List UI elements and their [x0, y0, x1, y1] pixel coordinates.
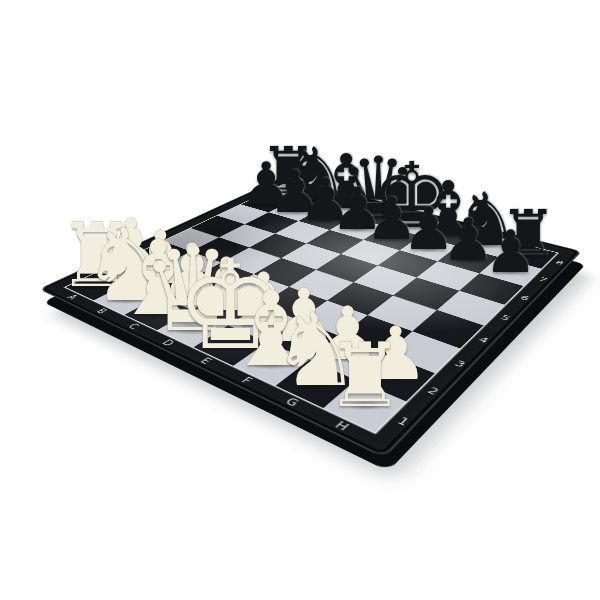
- rank-label-7: 7: [537, 277, 548, 283]
- rank-label-8: 8: [554, 260, 565, 266]
- chessboard: ABCDEFGH 12345678: [39, 177, 582, 458]
- rank-label-5: 5: [499, 315, 512, 323]
- board-grid: [65, 184, 558, 433]
- file-label-e: E: [197, 357, 212, 366]
- file-label-b: B: [94, 308, 108, 315]
- file-label-d: D: [159, 339, 175, 348]
- file-label-g: G: [282, 397, 300, 408]
- rank-label-4: 4: [476, 336, 489, 344]
- rank-label-6: 6: [519, 295, 531, 302]
- rank-label-3: 3: [452, 360, 466, 369]
- rank-label-2: 2: [425, 387, 440, 397]
- playing-area: [65, 184, 558, 433]
- file-label-a: A: [64, 294, 78, 301]
- file-label-c: C: [125, 323, 140, 331]
- file-label-h: H: [332, 421, 350, 433]
- product-photo-scene: ABCDEFGH 12345678 ♜♞♝♛♚♝♞♜♟♟♟♟♟♟♟♟♟♟♟♟♟♟…: [0, 0, 600, 600]
- rank-label-1: 1: [395, 416, 411, 428]
- file-label-f: F: [238, 377, 253, 386]
